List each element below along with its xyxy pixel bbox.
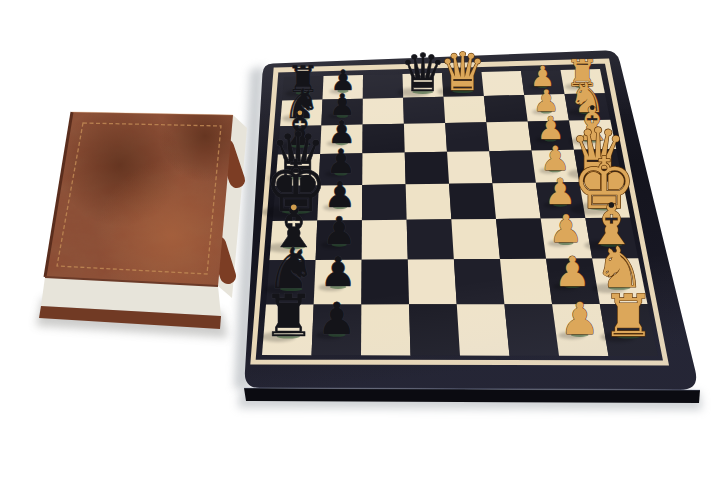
- square-c4: [445, 122, 489, 152]
- white-Q-glyph: ♛: [439, 41, 486, 102]
- square-h6: [361, 304, 411, 355]
- square-e4: [449, 183, 496, 219]
- square-h5: [409, 304, 460, 355]
- storage-box: [39, 90, 252, 329]
- square-b3: [484, 95, 528, 122]
- black-P-glyph: ♟: [320, 248, 357, 296]
- scene: ♜♟♛♛♟♜♞♟♟♞♝♟♟♝♛♟♟♛♚♟♟♚♝♟♟♝♞♟♟♞♜♟♟♜: [0, 0, 720, 480]
- piece-wP-g2: ♟: [553, 248, 591, 296]
- white-R-glyph: ♜: [602, 282, 654, 350]
- square-a3: [482, 71, 525, 96]
- bishop-ball-finial: [291, 205, 297, 211]
- square-a6: [363, 74, 403, 99]
- piece-wP-h2: ♟: [559, 293, 600, 344]
- bishop-ball-finial: [590, 105, 595, 110]
- white-P-glyph: ♟: [560, 293, 600, 344]
- square-g3: [500, 259, 552, 304]
- square-e3: [492, 183, 540, 219]
- piece-bR-h8: ♜: [260, 282, 314, 350]
- bishop-ball-finial: [609, 202, 615, 208]
- piece-wR-h1: ♜: [600, 282, 654, 350]
- square-f3: [496, 219, 546, 259]
- piece-bP-h7: ♟: [316, 293, 357, 344]
- chess-set-product-photo: ♜♟♛♛♟♜♞♟♟♞♝♟♟♝♛♟♟♛♚♟♟♚♝♟♟♝♞♟♟♞♜♟♟♜: [0, 0, 720, 480]
- square-d4: [447, 151, 492, 184]
- square-h4: [457, 304, 510, 355]
- black-P-glyph: ♟: [322, 209, 356, 253]
- square-g6: [361, 260, 409, 305]
- square-c6: [362, 124, 404, 153]
- square-e6: [362, 184, 407, 220]
- square-f4: [451, 219, 500, 259]
- square-f6: [362, 220, 408, 260]
- white-P-glyph: ♟: [554, 248, 591, 296]
- square-f5: [407, 219, 454, 259]
- piece-bP-g7: ♟: [318, 248, 356, 296]
- white-P-glyph: ♟: [549, 207, 583, 251]
- piece-wP-f2: ♟: [548, 207, 583, 251]
- square-h3: [504, 304, 559, 356]
- square-d6: [362, 153, 405, 185]
- square-e5: [406, 184, 452, 220]
- square-d5: [405, 152, 449, 185]
- piece-bP-f7: ♟: [321, 209, 356, 253]
- square-g4: [454, 259, 505, 304]
- square-b6: [363, 98, 404, 125]
- square-g5: [408, 259, 457, 304]
- square-d3: [489, 150, 536, 183]
- black-P-glyph: ♟: [317, 293, 357, 344]
- piece-wP-e2: ♟: [543, 171, 576, 212]
- piece-wQ-extra-a4: ♛: [437, 41, 486, 102]
- black-R-glyph: ♜: [262, 282, 314, 350]
- bishop-ball-finial: [298, 111, 303, 116]
- square-c3: [486, 121, 531, 151]
- square-c5: [404, 123, 447, 153]
